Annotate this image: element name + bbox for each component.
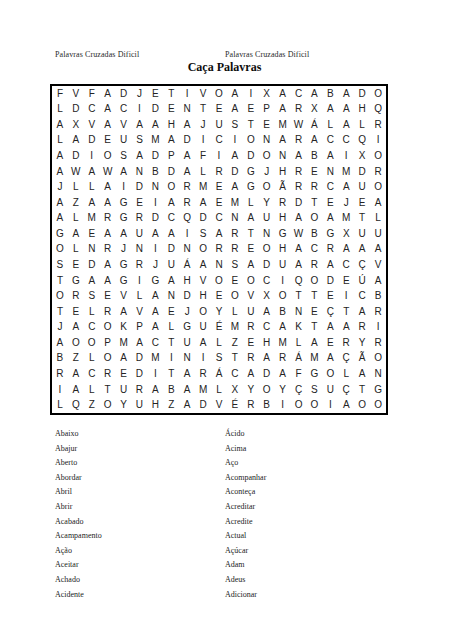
grid-cell[interactable]: E [227,273,243,289]
grid-cell[interactable]: O [163,179,179,195]
grid-cell[interactable]: O [68,335,84,351]
grid-cell[interactable]: A [147,226,163,242]
grid-cell[interactable]: T [354,211,370,227]
grid-cell[interactable]: A [147,288,163,304]
grid-cell[interactable]: H [179,273,195,289]
grid-cell[interactable]: O [322,366,338,382]
grid-cell[interactable]: L [195,164,211,180]
grid-cell[interactable]: N [275,148,291,164]
grid-cell[interactable]: A [163,133,179,149]
grid-cell[interactable]: O [243,273,259,289]
grid-cell[interactable]: T [306,288,322,304]
grid-cell[interactable]: N [132,242,148,258]
grid-cell[interactable]: T [227,351,243,367]
grid-cell[interactable]: Ã [275,179,291,195]
grid-cell[interactable]: E [259,117,275,133]
grid-cell[interactable]: N [147,179,163,195]
grid-cell[interactable]: X [259,86,275,102]
grid-cell[interactable]: R [306,257,322,273]
grid-cell[interactable]: L [370,211,386,227]
grid-cell[interactable]: U [354,226,370,242]
grid-cell[interactable]: R [132,211,148,227]
grid-cell[interactable]: U [116,133,132,149]
grid-cell[interactable]: A [132,148,148,164]
grid-cell[interactable]: E [322,195,338,211]
grid-cell[interactable]: A [100,226,116,242]
grid-cell[interactable]: E [116,366,132,382]
grid-cell[interactable]: S [52,257,68,273]
grid-cell[interactable]: É [227,397,243,413]
grid-cell[interactable]: A [147,117,163,133]
grid-cell[interactable]: R [338,335,354,351]
grid-cell[interactable]: Á [306,117,322,133]
grid-cell[interactable]: O [211,86,227,102]
grid-cell[interactable]: A [163,195,179,211]
grid-cell[interactable]: X [68,117,84,133]
grid-cell[interactable]: O [84,335,100,351]
grid-cell[interactable]: V [84,117,100,133]
grid-cell[interactable]: D [163,242,179,258]
grid-cell[interactable]: A [338,117,354,133]
grid-cell[interactable]: A [179,148,195,164]
grid-cell[interactable]: N [322,164,338,180]
grid-cell[interactable]: O [195,304,211,320]
grid-cell[interactable]: R [370,164,386,180]
grid-cell[interactable]: A [179,117,195,133]
grid-cell[interactable]: O [370,179,386,195]
grid-cell[interactable]: T [306,195,322,211]
grid-cell[interactable]: K [291,320,307,336]
grid-cell[interactable]: O [370,397,386,413]
grid-cell[interactable]: M [227,195,243,211]
grid-cell[interactable]: S [306,382,322,398]
grid-cell[interactable]: L [52,102,68,118]
grid-cell[interactable]: A [291,257,307,273]
grid-cell[interactable]: O [306,211,322,227]
grid-cell[interactable]: J [52,179,68,195]
grid-cell[interactable]: R [243,320,259,336]
grid-cell[interactable]: D [259,366,275,382]
grid-cell[interactable]: E [322,288,338,304]
grid-cell[interactable]: L [84,179,100,195]
grid-cell[interactable]: Ç [354,257,370,273]
grid-cell[interactable]: L [211,335,227,351]
grid-cell[interactable]: A [147,320,163,336]
grid-cell[interactable]: I [227,133,243,149]
grid-cell[interactable]: S [116,148,132,164]
grid-cell[interactable]: B [275,304,291,320]
grid-cell[interactable]: X [259,288,275,304]
grid-cell[interactable]: T [163,86,179,102]
grid-cell[interactable]: D [322,273,338,289]
grid-cell[interactable]: R [179,195,195,211]
grid-cell[interactable]: O [100,148,116,164]
grid-cell[interactable]: G [179,320,195,336]
grid-cell[interactable]: L [227,304,243,320]
grid-cell[interactable]: G [322,226,338,242]
grid-cell[interactable]: Z [163,397,179,413]
grid-cell[interactable]: R [243,351,259,367]
grid-cell[interactable]: O [52,288,68,304]
grid-cell[interactable]: O [306,273,322,289]
grid-cell[interactable]: B [322,86,338,102]
grid-cell[interactable]: D [259,257,275,273]
grid-cell[interactable]: D [163,164,179,180]
grid-cell[interactable]: I [84,148,100,164]
grid-cell[interactable]: Y [354,335,370,351]
grid-cell[interactable]: A [68,382,84,398]
grid-cell[interactable]: U [322,382,338,398]
grid-cell[interactable]: B [163,382,179,398]
grid-cell[interactable]: A [195,195,211,211]
grid-cell[interactable]: E [243,102,259,118]
grid-cell[interactable]: A [243,211,259,227]
grid-cell[interactable]: R [100,366,116,382]
grid-cell[interactable]: E [306,164,322,180]
grid-cell[interactable]: A [338,397,354,413]
grid-cell[interactable]: I [195,133,211,149]
grid-cell[interactable]: A [227,148,243,164]
grid-cell[interactable]: S [132,133,148,149]
grid-cell[interactable]: A [179,397,195,413]
grid-cell[interactable]: C [84,102,100,118]
grid-cell[interactable]: G [306,366,322,382]
grid-cell[interactable]: I [338,288,354,304]
grid-cell[interactable]: N [163,288,179,304]
grid-cell[interactable]: A [275,366,291,382]
grid-cell[interactable]: D [68,148,84,164]
grid-cell[interactable]: Ç [338,351,354,367]
grid-cell[interactable]: R [354,320,370,336]
grid-cell[interactable]: G [68,273,84,289]
grid-cell[interactable]: A [243,257,259,273]
grid-cell[interactable]: A [211,226,227,242]
grid-cell[interactable]: A [322,148,338,164]
grid-cell[interactable]: A [84,273,100,289]
grid-cell[interactable]: C [259,273,275,289]
grid-cell[interactable]: A [354,242,370,258]
grid-cell[interactable]: L [84,351,100,367]
grid-cell[interactable]: A [52,211,68,227]
grid-cell[interactable]: A [84,164,100,180]
grid-cell[interactable]: R [100,304,116,320]
grid-cell[interactable]: A [306,335,322,351]
grid-cell[interactable]: O [52,242,68,258]
grid-cell[interactable]: R [100,211,116,227]
grid-cell[interactable]: Ú [354,273,370,289]
grid-cell[interactable]: Á [211,366,227,382]
grid-cell[interactable]: A [227,179,243,195]
grid-cell[interactable]: H [163,117,179,133]
grid-cell[interactable]: L [132,288,148,304]
grid-cell[interactable]: M [227,320,243,336]
grid-cell[interactable]: S [227,117,243,133]
grid-cell[interactable]: O [227,288,243,304]
grid-cell[interactable]: E [243,335,259,351]
grid-cell[interactable]: A [100,117,116,133]
grid-cell[interactable]: A [291,242,307,258]
grid-cell[interactable]: Ç [338,382,354,398]
grid-cell[interactable]: O [275,288,291,304]
grid-cell[interactable]: O [370,86,386,102]
grid-cell[interactable]: C [338,133,354,149]
grid-cell[interactable]: V [195,86,211,102]
grid-cell[interactable]: Q [370,102,386,118]
grid-cell[interactable]: S [84,288,100,304]
grid-cell[interactable]: C [163,211,179,227]
grid-cell[interactable]: Y [211,304,227,320]
grid-cell[interactable]: Ç [291,382,307,398]
grid-cell[interactable]: G [52,226,68,242]
grid-cell[interactable]: O [259,148,275,164]
grid-cell[interactable]: T [52,273,68,289]
grid-cell[interactable]: N [370,366,386,382]
grid-cell[interactable]: E [68,257,84,273]
grid-cell[interactable]: E [100,133,116,149]
grid-cell[interactable]: H [195,288,211,304]
grid-cell[interactable]: M [116,335,132,351]
grid-cell[interactable]: I [147,242,163,258]
grid-cell[interactable]: R [132,382,148,398]
grid-cell[interactable]: D [243,148,259,164]
grid-cell[interactable]: X [306,102,322,118]
grid-cell[interactable]: E [211,102,227,118]
grid-cell[interactable]: N [291,304,307,320]
grid-cell[interactable]: A [179,164,195,180]
grid-cell[interactable]: A [84,195,100,211]
grid-cell[interactable]: A [275,86,291,102]
grid-cell[interactable]: A [291,148,307,164]
grid-cell[interactable]: A [52,148,68,164]
grid-cell[interactable]: W [291,226,307,242]
grid-cell[interactable]: A [259,351,275,367]
grid-cell[interactable]: R [275,351,291,367]
grid-cell[interactable]: O [100,351,116,367]
grid-cell[interactable]: V [68,86,84,102]
grid-cell[interactable]: I [211,148,227,164]
grid-cell[interactable]: G [147,273,163,289]
grid-cell[interactable]: E [147,86,163,102]
grid-cell[interactable]: U [211,117,227,133]
grid-cell[interactable]: A [338,179,354,195]
grid-cell[interactable]: D [132,351,148,367]
grid-cell[interactable]: E [211,179,227,195]
grid-cell[interactable]: R [100,242,116,258]
grid-cell[interactable]: N [179,242,195,258]
grid-cell[interactable]: O [291,397,307,413]
grid-cell[interactable]: I [370,133,386,149]
grid-cell[interactable]: T [52,304,68,320]
grid-cell[interactable]: C [84,366,100,382]
grid-cell[interactable]: A [370,195,386,211]
grid-cell[interactable]: K [116,320,132,336]
grid-cell[interactable]: T [243,226,259,242]
grid-cell[interactable]: A [338,102,354,118]
grid-cell[interactable]: A [52,117,68,133]
grid-cell[interactable]: L [68,211,84,227]
grid-cell[interactable]: C [211,211,227,227]
grid-cell[interactable]: M [275,335,291,351]
grid-cell[interactable]: D [132,179,148,195]
grid-cell[interactable]: U [275,257,291,273]
grid-cell[interactable]: A [275,320,291,336]
grid-cell[interactable]: L [68,179,84,195]
grid-cell[interactable]: F [291,366,307,382]
grid-cell[interactable]: F [52,86,68,102]
grid-cell[interactable]: A [179,366,195,382]
grid-cell[interactable]: E [211,288,227,304]
grid-cell[interactable]: T [100,382,116,398]
grid-cell[interactable]: D [132,366,148,382]
grid-cell[interactable]: Ã [354,351,370,367]
grid-cell[interactable]: M [338,211,354,227]
grid-cell[interactable]: H [275,164,291,180]
grid-cell[interactable]: I [116,179,132,195]
grid-cell[interactable]: U [370,226,386,242]
grid-cell[interactable]: A [68,133,84,149]
grid-cell[interactable]: A [370,273,386,289]
grid-cell[interactable]: O [100,397,116,413]
grid-cell[interactable]: G [116,257,132,273]
grid-cell[interactable]: D [116,86,132,102]
grid-cell[interactable]: C [354,288,370,304]
grid-cell[interactable]: E [132,195,148,211]
grid-cell[interactable]: I [147,195,163,211]
grid-cell[interactable]: R [227,242,243,258]
grid-cell[interactable]: T [306,320,322,336]
grid-cell[interactable]: Q [179,211,195,227]
grid-cell[interactable]: R [52,366,68,382]
grid-cell[interactable]: J [147,257,163,273]
grid-cell[interactable]: P [132,320,148,336]
grid-cell[interactable]: R [179,179,195,195]
grid-cell[interactable]: G [116,211,132,227]
grid-cell[interactable]: I [195,351,211,367]
grid-cell[interactable]: G [275,226,291,242]
grid-cell[interactable]: A [52,195,68,211]
grid-cell[interactable]: L [291,335,307,351]
grid-cell[interactable]: M [338,164,354,180]
grid-cell[interactable]: I [147,366,163,382]
grid-cell[interactable]: T [195,102,211,118]
grid-cell[interactable]: A [116,351,132,367]
grid-cell[interactable]: H [259,335,275,351]
grid-cell[interactable]: L [52,397,68,413]
grid-cell[interactable]: I [243,86,259,102]
grid-cell[interactable]: O [259,382,275,398]
grid-cell[interactable]: A [132,117,148,133]
grid-cell[interactable]: A [338,320,354,336]
grid-cell[interactable]: Z [68,351,84,367]
grid-cell[interactable]: R [370,304,386,320]
grid-cell[interactable]: A [322,320,338,336]
grid-cell[interactable]: A [275,133,291,149]
grid-cell[interactable]: N [259,133,275,149]
grid-cell[interactable]: D [147,148,163,164]
grid-cell[interactable]: U [132,397,148,413]
grid-cell[interactable]: O [100,320,116,336]
grid-cell[interactable]: I [132,273,148,289]
grid-cell[interactable]: W [68,164,84,180]
grid-cell[interactable]: L [68,242,84,258]
grid-cell[interactable]: H [354,102,370,118]
grid-cell[interactable]: Q [354,133,370,149]
grid-cell[interactable]: A [100,179,116,195]
grid-cell[interactable]: F [84,86,100,102]
grid-cell[interactable]: R [322,242,338,258]
grid-cell[interactable]: A [116,226,132,242]
grid-cell[interactable]: C [322,179,338,195]
grid-cell[interactable]: L [243,195,259,211]
grid-cell[interactable]: D [147,211,163,227]
grid-cell[interactable]: U [354,179,370,195]
grid-cell[interactable]: Y [275,382,291,398]
grid-cell[interactable]: E [338,273,354,289]
grid-cell[interactable]: I [275,273,291,289]
grid-cell[interactable]: Á [179,257,195,273]
grid-cell[interactable]: A [100,86,116,102]
grid-cell[interactable]: T [291,288,307,304]
grid-cell[interactable]: A [322,102,338,118]
grid-cell[interactable]: U [116,382,132,398]
grid-cell[interactable]: H [275,211,291,227]
grid-cell[interactable]: U [195,320,211,336]
grid-cell[interactable]: P [259,102,275,118]
grid-cell[interactable]: U [163,257,179,273]
grid-cell[interactable]: N [227,211,243,227]
grid-cell[interactable]: V [243,288,259,304]
grid-cell[interactable]: A [354,304,370,320]
grid-cell[interactable]: B [306,226,322,242]
grid-cell[interactable]: D [195,397,211,413]
grid-cell[interactable]: S [195,226,211,242]
grid-cell[interactable]: T [163,335,179,351]
grid-cell[interactable]: D [291,195,307,211]
grid-cell[interactable]: C [211,133,227,149]
grid-cell[interactable]: J [338,195,354,211]
grid-cell[interactable]: V [116,288,132,304]
grid-cell[interactable]: R [370,117,386,133]
grid-cell[interactable]: L [84,382,100,398]
grid-cell[interactable]: N [179,102,195,118]
grid-cell[interactable]: C [322,133,338,149]
grid-cell[interactable]: D [354,164,370,180]
grid-cell[interactable]: H [275,242,291,258]
grid-cell[interactable]: Y [116,397,132,413]
grid-cell[interactable]: L [84,304,100,320]
grid-cell[interactable]: N [84,242,100,258]
grid-cell[interactable]: N [259,226,275,242]
grid-cell[interactable]: A [322,211,338,227]
grid-cell[interactable]: A [227,86,243,102]
grid-cell[interactable]: J [116,242,132,258]
grid-cell[interactable]: L [322,117,338,133]
grid-cell[interactable]: N [211,257,227,273]
grid-cell[interactable]: E [163,102,179,118]
grid-cell[interactable]: A [275,102,291,118]
grid-cell[interactable]: I [179,226,195,242]
grid-cell[interactable]: B [52,351,68,367]
grid-cell[interactable]: R [132,257,148,273]
grid-cell[interactable]: S [211,351,227,367]
grid-cell[interactable]: X [338,226,354,242]
grid-cell[interactable]: R [211,242,227,258]
grid-cell[interactable]: N [179,351,195,367]
grid-cell[interactable]: I [179,86,195,102]
grid-cell[interactable]: C [291,86,307,102]
grid-cell[interactable]: A [338,86,354,102]
grid-cell[interactable]: Z [68,195,84,211]
